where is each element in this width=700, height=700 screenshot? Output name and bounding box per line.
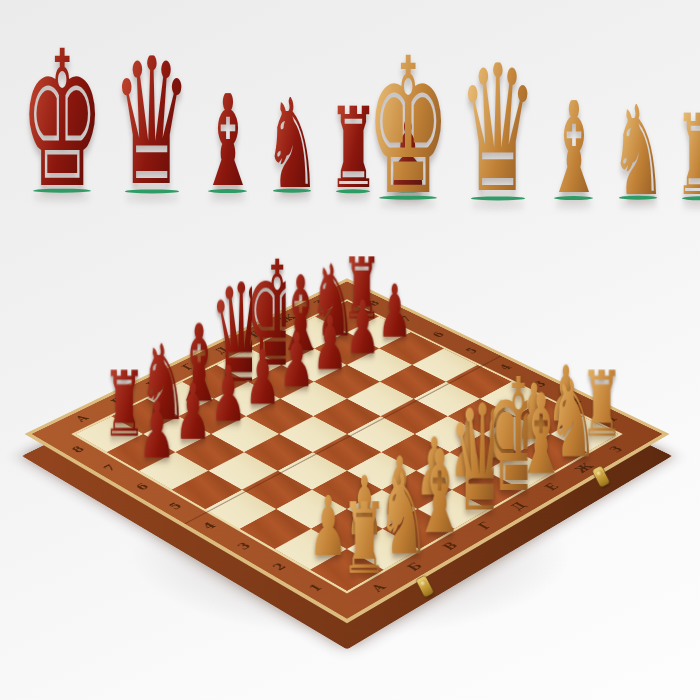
light-knight-sample: ♞ xyxy=(611,103,667,200)
light-bishop-sample: ♝ xyxy=(545,100,602,200)
red-bishop-sample: ♝ xyxy=(199,93,256,193)
light-rook-sample: ♜ xyxy=(674,113,700,200)
board-grid: ♜♞♝♛♚♝♞♜♟♟♟♟♟♟♟♟♟♟♟♟♟♟♟♟♜♞♝♛♚♝♞♜ xyxy=(71,299,623,593)
chess-board: ♜♞♝♛♚♝♞♜♟♟♟♟♟♟♟♟♟♟♟♟♟♟♟♟♜♞♝♛♚♝♞♜ ААББВВГ… xyxy=(25,278,670,623)
light-pieces-display-row: ♚♛♝♞♜♟ xyxy=(366,20,700,200)
red-king-sample: ♚ xyxy=(20,46,104,193)
light-king-sample: ♚ xyxy=(366,53,450,200)
red-queen-sample: ♛ xyxy=(112,56,191,193)
board-face: ♜♞♝♛♚♝♞♜♟♟♟♟♟♟♟♟♟♟♟♟♟♟♟♟♜♞♝♛♚♝♞♜ ААББВВГ… xyxy=(25,278,670,623)
red-knight-sample: ♞ xyxy=(265,96,321,193)
light-queen-sample: ♛ xyxy=(458,63,537,200)
red-rook: ♜ xyxy=(342,256,383,324)
